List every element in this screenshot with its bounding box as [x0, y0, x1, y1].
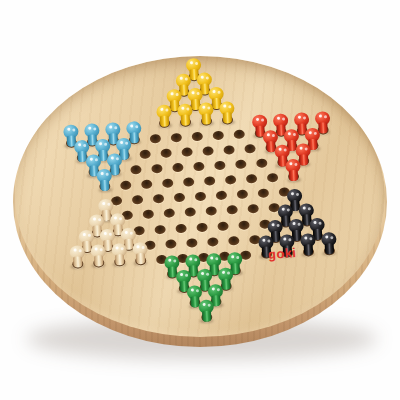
board-hole[interactable] — [165, 239, 176, 249]
peg-body — [135, 253, 145, 264]
board-hole[interactable] — [151, 164, 162, 174]
peg-natural[interactable] — [111, 243, 127, 266]
board-hole[interactable] — [233, 129, 244, 139]
board-hole[interactable] — [206, 207, 217, 217]
board-hole[interactable] — [196, 222, 207, 232]
peg-body — [223, 113, 233, 124]
board-hole[interactable] — [139, 150, 150, 160]
peg-natural[interactable] — [132, 242, 148, 265]
peg-body — [100, 179, 110, 190]
peg-body — [202, 114, 212, 125]
board-hole[interactable] — [131, 195, 142, 205]
board-hole[interactable] — [207, 237, 218, 247]
board-hole[interactable] — [130, 165, 141, 175]
peg-body — [93, 255, 103, 266]
peg-body — [72, 256, 82, 267]
board-hole[interactable] — [143, 210, 154, 220]
peg-yellow[interactable] — [177, 104, 193, 127]
board-hole[interactable] — [181, 147, 192, 157]
photo-background: goki — [0, 0, 400, 400]
board-hole[interactable] — [217, 221, 228, 231]
board-hole[interactable] — [204, 176, 215, 186]
peg-body — [201, 310, 211, 321]
peg-body — [114, 254, 124, 265]
board-hole[interactable] — [152, 194, 163, 204]
board-hole[interactable] — [267, 173, 278, 183]
board-hole[interactable] — [194, 192, 205, 202]
board-hole[interactable] — [228, 236, 239, 246]
board-hole[interactable] — [235, 160, 246, 170]
board-hole[interactable] — [215, 191, 226, 201]
peg-body — [289, 170, 299, 181]
peg-red[interactable] — [285, 158, 301, 181]
board-hole[interactable] — [238, 220, 249, 230]
board-hole[interactable] — [173, 193, 184, 203]
board-hole[interactable] — [141, 180, 152, 190]
peg-yellow[interactable] — [156, 105, 172, 128]
board-hole[interactable] — [191, 132, 202, 142]
peg-grid — [0, 0, 400, 400]
board-hole[interactable] — [120, 181, 131, 191]
board-hole[interactable] — [257, 189, 268, 199]
peg-yellow[interactable] — [219, 101, 235, 124]
board-hole[interactable] — [170, 133, 181, 143]
board-hole[interactable] — [164, 209, 175, 219]
peg-black[interactable] — [300, 233, 316, 256]
peg-natural[interactable] — [90, 244, 106, 267]
board-hole[interactable] — [172, 163, 183, 173]
peg-natural[interactable] — [69, 245, 85, 268]
board-hole[interactable] — [212, 131, 223, 141]
peg-body — [160, 116, 170, 127]
board-hole[interactable] — [175, 223, 186, 233]
board-hole[interactable] — [193, 162, 204, 172]
peg-body — [303, 244, 313, 255]
board-hole[interactable] — [247, 204, 258, 214]
board-hole[interactable] — [236, 190, 247, 200]
board-hole[interactable] — [225, 175, 236, 185]
board-hole[interactable] — [160, 148, 171, 158]
peg-yellow[interactable] — [198, 102, 214, 125]
board-hole[interactable] — [154, 224, 165, 234]
board-hole[interactable] — [202, 146, 213, 156]
board-hole[interactable] — [246, 174, 257, 184]
board-hole[interactable] — [227, 205, 238, 215]
peg-body — [181, 115, 191, 126]
board-hole[interactable] — [244, 144, 255, 154]
board-hole[interactable] — [185, 208, 196, 218]
brand-logo: goki — [268, 245, 297, 262]
board-hole[interactable] — [223, 145, 234, 155]
board-hole[interactable] — [186, 238, 197, 248]
board-hole[interactable] — [256, 159, 267, 169]
board-hole[interactable] — [183, 177, 194, 187]
board-hole[interactable] — [214, 161, 225, 171]
peg-blue[interactable] — [96, 168, 112, 191]
peg-green[interactable] — [198, 299, 214, 322]
board-hole[interactable] — [162, 179, 173, 189]
peg-black[interactable] — [321, 232, 337, 255]
board-hole[interactable] — [149, 134, 160, 144]
peg-body — [324, 243, 334, 254]
